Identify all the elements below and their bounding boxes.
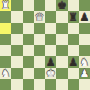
- square-a7[interactable]: [0, 11, 11, 22]
- square-f5[interactable]: [56, 34, 67, 45]
- white-queen[interactable]: ♛: [35, 11, 44, 21]
- square-c7[interactable]: [23, 11, 34, 22]
- square-c1[interactable]: [23, 79, 34, 90]
- square-b3[interactable]: [11, 56, 22, 67]
- square-e7[interactable]: [45, 11, 56, 22]
- square-g2[interactable]: [68, 68, 79, 79]
- square-c2[interactable]: [23, 68, 34, 79]
- square-d4[interactable]: [34, 45, 45, 56]
- square-b7[interactable]: [11, 11, 22, 22]
- black-pawn[interactable]: ♟: [68, 56, 77, 66]
- square-h8[interactable]: [79, 0, 90, 11]
- square-d7[interactable]: ♛: [34, 11, 45, 22]
- square-b2[interactable]: [11, 68, 22, 79]
- square-d6[interactable]: [34, 23, 45, 34]
- square-f7[interactable]: [56, 11, 67, 22]
- square-d5[interactable]: [34, 34, 45, 45]
- square-h5[interactable]: [79, 34, 90, 45]
- square-a4[interactable]: [0, 45, 11, 56]
- square-f8[interactable]: ♚: [56, 0, 67, 11]
- square-e1[interactable]: [45, 79, 56, 90]
- square-c5[interactable]: [23, 34, 34, 45]
- square-a3[interactable]: [0, 56, 11, 67]
- square-d1[interactable]: [34, 79, 45, 90]
- square-f3[interactable]: [56, 56, 67, 67]
- chess-board[interactable]: ♜♚♛♜♟♟♟♞♞♚♟: [0, 0, 90, 90]
- square-d2[interactable]: [34, 68, 45, 79]
- white-knight[interactable]: ♞: [80, 56, 89, 66]
- square-g1[interactable]: [68, 79, 79, 90]
- square-e8[interactable]: [45, 0, 56, 11]
- square-e2[interactable]: ♚: [45, 68, 56, 79]
- square-a5[interactable]: [0, 34, 11, 45]
- black-pawn[interactable]: ♟: [46, 56, 55, 66]
- square-a6[interactable]: [0, 23, 11, 34]
- square-b5[interactable]: [11, 34, 22, 45]
- square-h7[interactable]: ♟: [79, 11, 90, 22]
- square-h2[interactable]: ♟: [79, 68, 90, 79]
- square-c3[interactable]: [23, 56, 34, 67]
- white-knight[interactable]: ♞: [1, 68, 10, 78]
- square-g4[interactable]: [68, 45, 79, 56]
- square-h6[interactable]: [79, 23, 90, 34]
- square-a1[interactable]: [0, 79, 11, 90]
- square-g3[interactable]: ♟: [68, 56, 79, 67]
- square-c4[interactable]: [23, 45, 34, 56]
- square-g8[interactable]: [68, 0, 79, 11]
- square-a2[interactable]: ♞: [0, 68, 11, 79]
- square-f2[interactable]: [56, 68, 67, 79]
- square-a8[interactable]: ♜: [0, 0, 11, 11]
- black-rook[interactable]: ♜: [68, 11, 77, 21]
- white-king[interactable]: ♚: [46, 68, 55, 78]
- square-e5[interactable]: [45, 34, 56, 45]
- black-pawn[interactable]: ♟: [80, 11, 89, 21]
- square-c8[interactable]: [23, 0, 34, 11]
- square-b1[interactable]: [11, 79, 22, 90]
- square-h3[interactable]: ♞: [79, 56, 90, 67]
- square-e6[interactable]: [45, 23, 56, 34]
- white-pawn[interactable]: ♟: [80, 68, 89, 78]
- square-f6[interactable]: [56, 23, 67, 34]
- square-h4[interactable]: [79, 45, 90, 56]
- square-b6[interactable]: [11, 23, 22, 34]
- square-f4[interactable]: [56, 45, 67, 56]
- white-rook[interactable]: ♜: [1, 0, 10, 10]
- square-d3[interactable]: [34, 56, 45, 67]
- square-h1[interactable]: [79, 79, 90, 90]
- square-e3[interactable]: ♟: [45, 56, 56, 67]
- square-g6[interactable]: [68, 23, 79, 34]
- square-e4[interactable]: [45, 45, 56, 56]
- black-king[interactable]: ♚: [57, 0, 66, 10]
- square-g7[interactable]: ♜: [68, 11, 79, 22]
- square-b8[interactable]: [11, 0, 22, 11]
- square-b4[interactable]: [11, 45, 22, 56]
- square-c6[interactable]: [23, 23, 34, 34]
- square-f1[interactable]: [56, 79, 67, 90]
- square-g5[interactable]: [68, 34, 79, 45]
- square-d8[interactable]: [34, 0, 45, 11]
